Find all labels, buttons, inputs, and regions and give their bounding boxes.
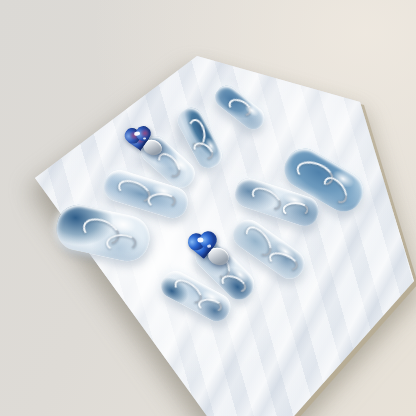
nail-1-top-center xyxy=(211,81,269,134)
nails-layer xyxy=(0,0,416,416)
press-on-nails-product-photo xyxy=(0,0,416,416)
silver-foil-squiggle xyxy=(248,183,285,215)
heart-gem-center xyxy=(187,227,224,264)
nail-7-left-large xyxy=(52,201,154,266)
heart-gem-shape xyxy=(185,225,226,266)
silver-foil-squiggle xyxy=(106,234,137,253)
heart-gem-shape xyxy=(122,119,160,157)
gem-sparkle-small xyxy=(207,244,211,247)
heart-gem-top xyxy=(125,122,158,155)
